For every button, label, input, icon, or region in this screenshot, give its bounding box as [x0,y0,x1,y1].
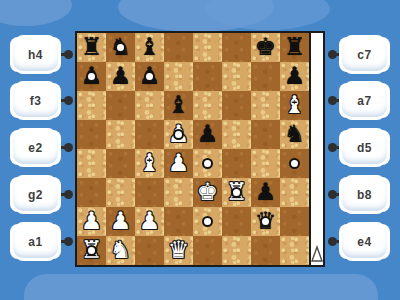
square-g6 [251,91,280,120]
label-text: c7 [357,48,371,62]
label-cloud-g2[interactable]: g2 [13,178,58,211]
label-cloud-a1[interactable]: a1 [13,225,58,258]
square-b6 [106,91,135,120]
target-dot-d5[interactable] [173,129,184,140]
square-d7 [164,62,193,91]
square-h5: ♞ [280,120,309,149]
square-h4 [280,149,309,178]
square-b2: ♟ [106,207,135,236]
white-bishop-c4: ♝ [135,149,164,178]
label-e2[interactable]: e2 [13,131,73,165]
square-a7: ♟ [77,62,106,91]
black-bishop-d6: ♝ [164,91,193,120]
label-text: e2 [28,141,42,155]
square-h7: ♟ [280,62,309,91]
square-g8: ♚ [251,33,280,62]
black-pawn-h7: ♟ [280,62,309,91]
target-dot-b8[interactable] [115,42,126,53]
white-pawn-d4: ♟ [164,149,193,178]
square-f2 [222,207,251,236]
square-c2: ♟ [135,207,164,236]
target-dot-f3[interactable] [231,187,242,198]
label-text: e4 [357,235,371,249]
square-d4: ♟ [164,149,193,178]
square-d2 [164,207,193,236]
label-a1[interactable]: a1 [13,225,73,259]
activity-stage: ♜♞♝♚♜♟♟♟♟♝♝♟♟♞♝♟♚♜♟♟♟♟♛♜♞♛ h4f3e2g2a1c7a… [0,0,400,300]
connector-pin [328,143,337,152]
target-dot-h4[interactable] [289,158,300,169]
label-text: a7 [357,94,371,108]
square-e4 [193,149,222,178]
label-cloud-d5[interactable]: d5 [342,131,387,164]
square-f8 [222,33,251,62]
label-b8[interactable]: b8 [328,178,388,212]
label-text: b8 [357,188,372,202]
label-a7[interactable]: a7 [328,84,388,118]
target-dot-g2[interactable] [260,216,271,227]
square-g2: ♛ [251,207,280,236]
square-b5 [106,120,135,149]
connector-pin [64,237,73,246]
label-e4[interactable]: e4 [328,225,388,259]
square-h3 [280,178,309,207]
square-b1: ♞ [106,236,135,265]
square-a6 [77,91,106,120]
white-pawn-a2: ♟ [77,207,106,236]
target-dot-c7[interactable] [144,71,155,82]
square-f5 [222,120,251,149]
square-f3: ♜ [222,178,251,207]
square-a4 [77,149,106,178]
target-dot-e4[interactable] [202,158,213,169]
connector-pin [64,190,73,199]
square-h2 [280,207,309,236]
square-e7 [193,62,222,91]
white-queen-d1: ♛ [164,236,193,265]
chess-board: ♜♞♝♚♜♟♟♟♟♝♝♟♟♞♝♟♚♜♟♟♟♟♛♜♞♛ [75,31,325,267]
square-c7: ♟ [135,62,164,91]
background-cloud-decoration [24,274,378,300]
chess-board-grid: ♜♞♝♚♜♟♟♟♟♝♝♟♟♞♝♟♚♜♟♟♟♟♛♜♞♛ [77,33,309,265]
square-c6 [135,91,164,120]
square-g5 [251,120,280,149]
square-b8: ♞ [106,33,135,62]
label-cloud-e2[interactable]: e2 [13,131,58,164]
target-dot-e2[interactable] [202,216,213,227]
square-e3: ♚ [193,178,222,207]
square-c8: ♝ [135,33,164,62]
square-c3 [135,178,164,207]
square-h1 [280,236,309,265]
label-c7[interactable]: c7 [328,38,388,72]
connector-pin [328,50,337,59]
square-d3 [164,178,193,207]
connector-pin [328,96,337,105]
label-g2[interactable]: g2 [13,178,73,212]
black-pawn-b7: ♟ [106,62,135,91]
square-a5 [77,120,106,149]
square-a8: ♜ [77,33,106,62]
square-a1: ♜ [77,236,106,265]
black-knight-h5: ♞ [280,120,309,149]
white-bishop-h6: ♝ [280,91,309,120]
white-pawn-b2: ♟ [106,207,135,236]
square-b7: ♟ [106,62,135,91]
connector-pin [64,50,73,59]
square-d8 [164,33,193,62]
white-pawn-c2: ♟ [135,207,164,236]
black-king-g8: ♚ [251,33,280,62]
square-b4 [106,149,135,178]
black-rook-h8: ♜ [280,33,309,62]
label-cloud-a7[interactable]: a7 [342,84,387,117]
label-f3[interactable]: f3 [13,84,73,118]
square-a3 [77,178,106,207]
square-h6: ♝ [280,91,309,120]
target-dot-a7[interactable] [86,71,97,82]
label-text: f3 [30,94,42,108]
target-dot-a1[interactable] [86,245,97,256]
square-f7 [222,62,251,91]
background-cloud-decoration [0,0,72,26]
square-e5: ♟ [193,120,222,149]
square-f1 [222,236,251,265]
square-e6 [193,91,222,120]
square-g3: ♟ [251,178,280,207]
label-cloud-e4[interactable]: e4 [342,225,387,258]
square-d5: ♟ [164,120,193,149]
square-c5 [135,120,164,149]
square-c4: ♝ [135,149,164,178]
label-cloud-h4[interactable]: h4 [13,38,58,71]
label-cloud-b8[interactable]: b8 [342,178,387,211]
white-knight-b1: ♞ [106,236,135,265]
square-c1 [135,236,164,265]
square-g1 [251,236,280,265]
square-a2: ♟ [77,207,106,236]
square-d1: ♛ [164,236,193,265]
square-f4 [222,149,251,178]
square-e1 [193,236,222,265]
triangle-icon [311,245,323,263]
connector-pin [328,190,337,199]
label-text: d5 [357,141,372,155]
square-d6: ♝ [164,91,193,120]
square-f6 [222,91,251,120]
connector-pin [328,237,337,246]
black-rook-a8: ♜ [77,33,106,62]
square-e8 [193,33,222,62]
label-cloud-c7[interactable]: c7 [342,38,387,71]
black-bishop-c8: ♝ [135,33,164,62]
square-h8: ♜ [280,33,309,62]
black-pawn-e5: ♟ [193,120,222,149]
square-g4 [251,149,280,178]
label-h4[interactable]: h4 [13,38,73,72]
square-g7 [251,62,280,91]
label-text: a1 [28,235,42,249]
board-margin-strip [309,33,323,265]
square-b3 [106,178,135,207]
black-pawn-g3: ♟ [251,178,280,207]
label-d5[interactable]: d5 [328,131,388,165]
connector-pin [64,143,73,152]
connector-pin [64,96,73,105]
label-text: h4 [28,48,43,62]
square-e2 [193,207,222,236]
label-cloud-f3[interactable]: f3 [13,84,58,117]
label-text: g2 [28,188,43,202]
white-king-e3: ♚ [193,178,222,207]
